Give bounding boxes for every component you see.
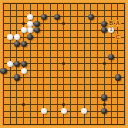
black-stone — [34, 27, 40, 33]
black-stone — [0, 68, 6, 74]
black-stone — [88, 14, 94, 20]
white-stone — [41, 108, 47, 114]
white-stone — [14, 34, 20, 40]
grid-line-vertical — [90, 3, 91, 126]
grid-line-vertical — [97, 3, 98, 126]
white-stone — [7, 34, 13, 40]
grid-line-vertical — [77, 3, 78, 126]
grid-line-horizontal — [3, 84, 126, 85]
go-board[interactable]: 1BAC — [0, 0, 128, 128]
white-stone — [21, 27, 27, 33]
black-stone — [14, 74, 20, 80]
black-stone — [34, 21, 40, 27]
white-stone — [27, 27, 33, 33]
star-point — [22, 103, 25, 106]
star-point — [103, 103, 106, 106]
move-choice-letter: B — [109, 21, 113, 26]
grid-line-horizontal — [3, 77, 126, 78]
white-stone — [81, 108, 87, 114]
star-point — [22, 22, 25, 25]
white-stone — [27, 14, 33, 20]
grid-line-vertical — [70, 3, 71, 126]
white-stone-move-1: 1 — [108, 27, 114, 33]
black-stone — [27, 34, 33, 40]
black-stone — [101, 27, 107, 33]
move-number: 1 — [110, 28, 113, 33]
grid-line-horizontal — [3, 90, 126, 91]
black-stone — [21, 61, 27, 67]
grid-line-horizontal — [3, 117, 126, 118]
white-stone — [21, 68, 27, 74]
black-stone — [108, 54, 114, 60]
move-choice-a[interactable]: A — [115, 20, 121, 26]
black-stone — [14, 61, 20, 67]
grid-line-horizontal — [3, 124, 126, 126]
move-choice-c[interactable]: C — [115, 34, 121, 40]
black-stone — [54, 14, 60, 20]
white-stone — [27, 21, 33, 27]
black-stone — [41, 14, 47, 20]
white-stone — [61, 108, 67, 114]
black-stone — [101, 94, 107, 100]
black-stone — [101, 108, 107, 114]
grid-line-vertical — [124, 3, 126, 126]
black-stone — [101, 21, 107, 27]
move-choice-b[interactable]: B — [108, 20, 114, 26]
black-stone — [115, 74, 121, 80]
move-choice-letter: A — [116, 21, 120, 26]
grid-line-vertical — [84, 3, 85, 126]
black-stone — [21, 41, 27, 47]
black-stone — [14, 41, 20, 47]
move-choice-letter: C — [116, 35, 120, 40]
white-stone — [7, 61, 13, 67]
